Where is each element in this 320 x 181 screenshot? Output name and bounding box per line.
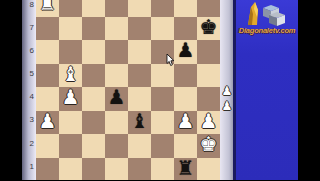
white-pawn[interactable]: ♟	[200, 111, 218, 133]
rank-label-7: 7	[22, 23, 34, 33]
square-d1[interactable]	[105, 158, 128, 181]
square-f3[interactable]	[151, 111, 174, 135]
black-pawn[interactable]: ♟	[177, 40, 195, 62]
rank-label-1: 1	[22, 162, 34, 172]
square-d7[interactable]	[105, 17, 128, 41]
white-rook[interactable]: ♜	[39, 0, 57, 15]
square-f1[interactable]	[151, 158, 174, 181]
letterbox-right	[298, 0, 320, 180]
square-f5[interactable]	[151, 64, 174, 88]
square-e2[interactable]	[128, 134, 151, 158]
rank-label-3: 3	[22, 115, 34, 125]
square-c4[interactable]	[82, 87, 105, 111]
square-h7[interactable]: ♚	[197, 17, 220, 41]
square-g3[interactable]: ♟	[174, 111, 197, 135]
rank-label-2: 2	[22, 139, 34, 149]
square-f8[interactable]	[151, 0, 174, 17]
square-c2[interactable]	[82, 134, 105, 158]
square-h2[interactable]: ♚	[197, 134, 220, 158]
square-h3[interactable]: ♟	[197, 111, 220, 135]
mouse-cursor	[166, 54, 175, 67]
brand-logo-chess-piece-and-cubes-icon	[241, 1, 295, 26]
square-c5[interactable]	[82, 64, 105, 88]
square-g2[interactable]	[174, 134, 197, 158]
square-a6[interactable]	[36, 40, 59, 64]
black-bishop[interactable]: ♝	[131, 111, 149, 133]
square-g6[interactable]: ♟	[174, 40, 197, 64]
white-pawn[interactable]: ♟	[62, 87, 80, 109]
square-c1[interactable]	[82, 158, 105, 181]
square-a1[interactable]	[36, 158, 59, 181]
square-b3[interactable]	[59, 111, 82, 135]
brand-watermark: Diagonaletv.com	[233, 26, 301, 35]
square-g8[interactable]	[174, 0, 197, 17]
chess-board[interactable]: ♜♚♟♝♟♟♟♝♟♟♚♜	[36, 0, 220, 180]
square-a5[interactable]	[36, 64, 59, 88]
square-d6[interactable]	[105, 40, 128, 64]
white-pawn[interactable]: ♟	[39, 111, 57, 133]
square-a4[interactable]	[36, 87, 59, 111]
square-e7[interactable]	[128, 17, 151, 41]
square-a7[interactable]	[36, 17, 59, 41]
square-d5[interactable]	[105, 64, 128, 88]
rank-label-5: 5	[22, 69, 34, 79]
white-king[interactable]: ♚	[200, 134, 218, 156]
square-b2[interactable]	[59, 134, 82, 158]
square-e5[interactable]	[128, 64, 151, 88]
square-h4[interactable]	[197, 87, 220, 111]
square-f7[interactable]	[151, 17, 174, 41]
square-c6[interactable]	[82, 40, 105, 64]
brand-panel: Diagonaletv.com	[236, 0, 298, 180]
rank-label-4: 4	[22, 92, 34, 102]
square-d8[interactable]	[105, 0, 128, 17]
square-h5[interactable]	[197, 64, 220, 88]
square-e8[interactable]	[128, 0, 151, 17]
square-a3[interactable]: ♟	[36, 111, 59, 135]
square-e1[interactable]	[128, 158, 151, 181]
square-g5[interactable]	[174, 64, 197, 88]
white-pawn[interactable]: ♟	[177, 111, 195, 133]
square-b4[interactable]: ♟	[59, 87, 82, 111]
square-c3[interactable]	[82, 111, 105, 135]
black-rook[interactable]: ♜	[177, 158, 195, 180]
square-c8[interactable]	[82, 0, 105, 17]
black-king[interactable]: ♚	[200, 17, 218, 39]
rank-label-6: 6	[22, 46, 34, 56]
square-e3[interactable]: ♝	[128, 111, 151, 135]
square-f4[interactable]	[151, 87, 174, 111]
square-h8[interactable]	[197, 0, 220, 17]
square-d4[interactable]: ♟	[105, 87, 128, 111]
white-bishop[interactable]: ♝	[62, 64, 80, 86]
square-g1[interactable]: ♜	[174, 158, 197, 181]
tray-white-pawn: ♟	[221, 99, 233, 113]
square-b1[interactable]	[59, 158, 82, 181]
square-d3[interactable]	[105, 111, 128, 135]
square-b6[interactable]	[59, 40, 82, 64]
square-g7[interactable]	[174, 17, 197, 41]
square-c7[interactable]	[82, 17, 105, 41]
square-b7[interactable]	[59, 17, 82, 41]
square-f2[interactable]	[151, 134, 174, 158]
square-a2[interactable]	[36, 134, 59, 158]
square-h6[interactable]	[197, 40, 220, 64]
rank-label-8: 8	[22, 0, 34, 10]
square-a8[interactable]: ♜	[36, 0, 59, 17]
square-h1[interactable]	[197, 158, 220, 181]
square-g4[interactable]	[174, 87, 197, 111]
square-b8[interactable]	[59, 0, 82, 17]
black-pawn[interactable]: ♟	[108, 87, 126, 109]
tray-white-pawn: ♟	[221, 84, 233, 98]
video-frame: 8 7 6 5 4 3 2 1 ♜♚♟♝♟♟♟♝♟♟♚♜ Diagonaletv…	[0, 0, 320, 180]
square-d2[interactable]	[105, 134, 128, 158]
square-e6[interactable]	[128, 40, 151, 64]
square-e4[interactable]	[128, 87, 151, 111]
square-b5[interactable]: ♝	[59, 64, 82, 88]
